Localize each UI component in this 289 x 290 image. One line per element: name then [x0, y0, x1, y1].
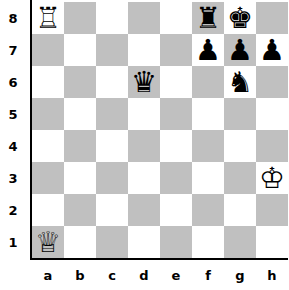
square-d5[interactable]	[128, 98, 160, 130]
file-label-f: f	[192, 262, 224, 288]
white-rook[interactable]: ♖	[35, 2, 61, 34]
square-a8[interactable]: ♖	[32, 2, 64, 34]
file-labels: abcdefgh	[32, 262, 288, 288]
square-e8[interactable]	[160, 2, 192, 34]
square-e3[interactable]	[160, 162, 192, 194]
square-h7[interactable]: ♟	[256, 34, 288, 66]
square-e6[interactable]	[160, 66, 192, 98]
square-g5[interactable]	[224, 98, 256, 130]
square-b6[interactable]	[64, 66, 96, 98]
file-label-c: c	[96, 262, 128, 288]
square-c2[interactable]	[96, 194, 128, 226]
file-label-h: h	[256, 262, 288, 288]
square-a4[interactable]	[32, 130, 64, 162]
square-g7[interactable]: ♟	[224, 34, 256, 66]
chess-diagram: 87654321 ♖♜♚♟♟♟♛♞♔♕ abcdefgh	[0, 0, 289, 290]
square-d6[interactable]: ♛	[128, 66, 160, 98]
square-g1[interactable]	[224, 226, 256, 258]
square-a6[interactable]	[32, 66, 64, 98]
square-e5[interactable]	[160, 98, 192, 130]
square-d1[interactable]	[128, 226, 160, 258]
square-b3[interactable]	[64, 162, 96, 194]
square-c5[interactable]	[96, 98, 128, 130]
square-g3[interactable]	[224, 162, 256, 194]
rank-label-1: 1	[0, 226, 26, 258]
square-b2[interactable]	[64, 194, 96, 226]
file-label-g: g	[224, 262, 256, 288]
square-e1[interactable]	[160, 226, 192, 258]
square-f4[interactable]	[192, 130, 224, 162]
square-b7[interactable]	[64, 34, 96, 66]
square-d2[interactable]	[128, 194, 160, 226]
square-d3[interactable]	[128, 162, 160, 194]
square-h3[interactable]: ♔	[256, 162, 288, 194]
black-pawn[interactable]: ♟	[227, 34, 253, 66]
square-d7[interactable]	[128, 34, 160, 66]
rank-label-6: 6	[0, 66, 26, 98]
rank-labels: 87654321	[0, 2, 26, 258]
square-e2[interactable]	[160, 194, 192, 226]
square-d8[interactable]	[128, 2, 160, 34]
rank-label-2: 2	[0, 194, 26, 226]
square-a1[interactable]: ♕	[32, 226, 64, 258]
square-a2[interactable]	[32, 194, 64, 226]
square-f7[interactable]: ♟	[192, 34, 224, 66]
file-label-e: e	[160, 262, 192, 288]
white-queen[interactable]: ♕	[35, 226, 61, 258]
file-label-d: d	[128, 262, 160, 288]
square-g4[interactable]	[224, 130, 256, 162]
square-c3[interactable]	[96, 162, 128, 194]
square-f3[interactable]	[192, 162, 224, 194]
square-e7[interactable]	[160, 34, 192, 66]
square-h8[interactable]	[256, 2, 288, 34]
square-c7[interactable]	[96, 34, 128, 66]
square-b4[interactable]	[64, 130, 96, 162]
square-a7[interactable]	[32, 34, 64, 66]
black-king[interactable]: ♚	[227, 2, 253, 34]
square-f8[interactable]: ♜	[192, 2, 224, 34]
file-label-a: a	[32, 262, 64, 288]
square-g8[interactable]: ♚	[224, 2, 256, 34]
square-h1[interactable]	[256, 226, 288, 258]
square-f1[interactable]	[192, 226, 224, 258]
board-frame: ♖♜♚♟♟♟♛♞♔♕	[30, 0, 288, 260]
square-b1[interactable]	[64, 226, 96, 258]
square-a3[interactable]	[32, 162, 64, 194]
square-g6[interactable]: ♞	[224, 66, 256, 98]
square-c6[interactable]	[96, 66, 128, 98]
square-c4[interactable]	[96, 130, 128, 162]
black-pawn[interactable]: ♟	[259, 34, 285, 66]
black-knight[interactable]: ♞	[227, 66, 253, 98]
square-h6[interactable]	[256, 66, 288, 98]
square-e4[interactable]	[160, 130, 192, 162]
chess-board: ♖♜♚♟♟♟♛♞♔♕	[32, 2, 288, 258]
rank-label-7: 7	[0, 34, 26, 66]
square-c1[interactable]	[96, 226, 128, 258]
square-b8[interactable]	[64, 2, 96, 34]
file-label-b: b	[64, 262, 96, 288]
black-pawn[interactable]: ♟	[195, 34, 221, 66]
square-f6[interactable]	[192, 66, 224, 98]
square-g2[interactable]	[224, 194, 256, 226]
square-d4[interactable]	[128, 130, 160, 162]
rank-label-5: 5	[0, 98, 26, 130]
square-a5[interactable]	[32, 98, 64, 130]
rank-label-8: 8	[0, 2, 26, 34]
rank-label-3: 3	[0, 162, 26, 194]
black-queen[interactable]: ♛	[131, 66, 157, 98]
square-h2[interactable]	[256, 194, 288, 226]
rank-label-4: 4	[0, 130, 26, 162]
white-king[interactable]: ♔	[259, 162, 285, 194]
square-f2[interactable]	[192, 194, 224, 226]
square-h4[interactable]	[256, 130, 288, 162]
square-h5[interactable]	[256, 98, 288, 130]
square-b5[interactable]	[64, 98, 96, 130]
square-f5[interactable]	[192, 98, 224, 130]
black-rook[interactable]: ♜	[195, 2, 221, 34]
square-c8[interactable]	[96, 2, 128, 34]
